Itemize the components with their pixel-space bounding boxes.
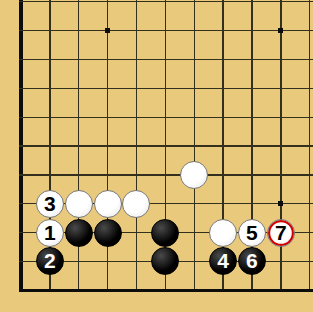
- move-number-label: 1: [44, 222, 56, 243]
- go-board-diagram: 3157246: [0, 0, 313, 312]
- stone-black-j2[interactable]: 6: [238, 247, 266, 275]
- grid-line-horizontal: [19, 59, 313, 60]
- grid-line-horizontal: [19, 88, 313, 89]
- move-number-label: 7: [275, 222, 287, 243]
- stone-black-d3[interactable]: [94, 219, 122, 247]
- move-number-label: 2: [44, 250, 56, 271]
- stone-white-j3[interactable]: 5: [238, 219, 266, 247]
- move-number-label: 4: [217, 250, 229, 271]
- stone-white-k3-marked[interactable]: 7: [267, 219, 295, 247]
- star-point-k4: [278, 201, 283, 206]
- stone-black-h2[interactable]: 4: [209, 247, 237, 275]
- stone-white-g5[interactable]: [180, 161, 208, 189]
- stone-black-c3[interactable]: [65, 219, 93, 247]
- move-number-label: 3: [44, 193, 56, 214]
- star-point-d10: [105, 28, 110, 33]
- stone-black-b2[interactable]: 2: [36, 247, 64, 275]
- grid-line-horizontal: [19, 117, 313, 118]
- grid-line-horizontal: [19, 145, 313, 146]
- move-number-label: 5: [246, 222, 258, 243]
- stone-white-d4[interactable]: [94, 190, 122, 218]
- stone-white-h3[interactable]: [209, 219, 237, 247]
- grid-line-horizontal: [19, 30, 313, 31]
- stone-black-f3[interactable]: [151, 219, 179, 247]
- stone-white-b3[interactable]: 1: [36, 219, 64, 247]
- stone-white-c4[interactable]: [65, 190, 93, 218]
- stone-white-b4[interactable]: 3: [36, 190, 64, 218]
- stone-white-e4[interactable]: [122, 190, 150, 218]
- grid-line-horizontal: [19, 174, 313, 175]
- go-board[interactable]: 3157246: [0, 0, 313, 312]
- stone-black-f2[interactable]: [151, 247, 179, 275]
- board-edge-bottom: [19, 289, 313, 293]
- star-point-k10: [278, 28, 283, 33]
- grid-line-horizontal: [19, 1, 313, 2]
- move-number-label: 6: [246, 250, 258, 271]
